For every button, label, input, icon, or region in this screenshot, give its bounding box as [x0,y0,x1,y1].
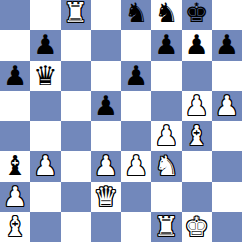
square-b4[interactable] [30,121,60,151]
black-knight[interactable]: ♞ [154,0,178,28]
white-knight[interactable]: ♞ [154,151,178,181]
white-bishop[interactable]: ♝ [185,121,209,151]
square-h1[interactable] [212,212,242,242]
square-a6[interactable]: ♟ [0,61,30,91]
black-pawn[interactable]: ♟ [124,61,148,91]
square-a7[interactable] [0,30,30,60]
square-e3[interactable]: ♟ [121,151,151,181]
square-e7[interactable] [121,30,151,60]
square-c6[interactable] [61,61,91,91]
white-pawn[interactable]: ♟ [215,91,239,121]
white-pawn[interactable]: ♟ [154,121,178,151]
square-d2[interactable]: ♛ [91,182,121,212]
square-a1[interactable]: ♝ [0,212,30,242]
white-pawn[interactable]: ♟ [33,151,57,181]
square-g5[interactable]: ♟ [182,91,212,121]
white-rook[interactable]: ♜ [64,0,88,28]
square-a4[interactable] [0,121,30,151]
square-d7[interactable] [91,30,121,60]
square-c4[interactable] [61,121,91,151]
square-h4[interactable] [212,121,242,151]
white-queen[interactable]: ♛ [94,182,118,212]
black-pawn[interactable]: ♟ [3,61,27,91]
square-g3[interactable] [182,151,212,181]
chess-board-container: ♜♞♞♚♟♟♟♟♟♛♟♟♟♟♟♝♝♟♟♟♞♟♛♝♜♚ [0,0,242,242]
square-f4[interactable]: ♟ [151,121,181,151]
square-e6[interactable]: ♟ [121,61,151,91]
square-h3[interactable] [212,151,242,181]
white-king[interactable]: ♚ [185,212,209,242]
white-pawn[interactable]: ♟ [94,151,118,181]
square-f7[interactable]: ♟ [151,30,181,60]
square-b2[interactable] [30,182,60,212]
square-a3[interactable]: ♝ [0,151,30,181]
square-c5[interactable] [61,91,91,121]
square-g6[interactable] [182,61,212,91]
square-h7[interactable]: ♟ [212,30,242,60]
square-f3[interactable]: ♞ [151,151,181,181]
white-rook[interactable]: ♜ [154,212,178,242]
square-a5[interactable] [0,91,30,121]
square-g7[interactable]: ♟ [182,30,212,60]
black-pawn[interactable]: ♟ [94,91,118,121]
square-g8[interactable]: ♚ [182,0,212,30]
square-e1[interactable] [121,212,151,242]
square-d1[interactable] [91,212,121,242]
square-b5[interactable] [30,91,60,121]
square-h2[interactable] [212,182,242,212]
square-g4[interactable]: ♝ [182,121,212,151]
square-a2[interactable]: ♟ [0,182,30,212]
white-bishop[interactable]: ♝ [3,212,27,242]
square-f1[interactable]: ♜ [151,212,181,242]
square-a8[interactable] [0,0,30,30]
black-pawn[interactable]: ♟ [185,30,209,60]
square-c7[interactable] [61,30,91,60]
square-h8[interactable] [212,0,242,30]
black-pawn[interactable]: ♟ [215,30,239,60]
square-e2[interactable] [121,182,151,212]
square-d3[interactable]: ♟ [91,151,121,181]
square-c1[interactable] [61,212,91,242]
square-d5[interactable]: ♟ [91,91,121,121]
black-king[interactable]: ♚ [185,0,209,28]
square-d8[interactable] [91,0,121,30]
square-h5[interactable]: ♟ [212,91,242,121]
square-f2[interactable] [151,182,181,212]
black-pawn[interactable]: ♟ [154,30,178,60]
square-e5[interactable] [121,91,151,121]
square-b7[interactable]: ♟ [30,30,60,60]
square-c8[interactable]: ♜ [61,0,91,30]
chess-board: ♜♞♞♚♟♟♟♟♟♛♟♟♟♟♟♝♝♟♟♟♞♟♛♝♜♚ [0,0,242,242]
white-pawn[interactable]: ♟ [3,182,27,212]
square-h6[interactable] [212,61,242,91]
white-pawn[interactable]: ♟ [124,151,148,181]
square-b1[interactable] [30,212,60,242]
square-b6[interactable]: ♛ [30,61,60,91]
square-b8[interactable] [30,0,60,30]
square-e4[interactable] [121,121,151,151]
black-pawn[interactable]: ♟ [33,30,57,60]
square-e8[interactable]: ♞ [121,0,151,30]
square-c3[interactable] [61,151,91,181]
black-knight[interactable]: ♞ [124,0,148,28]
square-c2[interactable] [61,182,91,212]
square-d4[interactable] [91,121,121,151]
square-f8[interactable]: ♞ [151,0,181,30]
black-bishop[interactable]: ♝ [3,151,27,181]
white-pawn[interactable]: ♟ [185,91,209,121]
square-b3[interactable]: ♟ [30,151,60,181]
square-f6[interactable] [151,61,181,91]
square-f5[interactable] [151,91,181,121]
square-g1[interactable]: ♚ [182,212,212,242]
black-queen[interactable]: ♛ [33,61,57,91]
square-g2[interactable] [182,182,212,212]
square-d6[interactable] [91,61,121,91]
